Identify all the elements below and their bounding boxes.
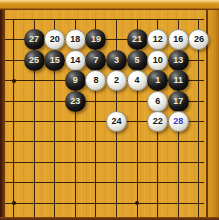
stone-black-15[interactable]: 15	[44, 50, 65, 71]
star-point	[135, 201, 139, 205]
stone-black-25[interactable]: 25	[24, 50, 45, 71]
go-board[interactable]: 2720181921121626251514735101398241112361…	[5, 10, 206, 220]
stone-black-3[interactable]: 3	[106, 50, 127, 71]
stone-white-8[interactable]: 8	[85, 70, 106, 91]
stone-white-4[interactable]: 4	[127, 70, 148, 91]
stone-white-14[interactable]: 14	[65, 50, 86, 71]
grid-line-horizontal	[5, 203, 204, 204]
stone-black-1[interactable]: 1	[147, 70, 168, 91]
stone-black-7[interactable]: 7	[85, 50, 106, 71]
star-point	[12, 201, 16, 205]
board-frame-right	[208, 10, 219, 220]
stone-white-16[interactable]: 16	[168, 29, 189, 50]
grid-line-horizontal	[5, 162, 204, 163]
board-frame-bottom	[0, 217, 219, 220]
stone-black-21[interactable]: 21	[127, 29, 148, 50]
stone-white-2[interactable]: 2	[106, 70, 127, 91]
stone-white-28[interactable]: 28	[168, 111, 189, 132]
stone-black-17[interactable]: 17	[168, 91, 189, 112]
go-applet-window: 2720181921121626251514735101398241112361…	[0, 0, 219, 220]
grid-line-vertical	[13, 19, 14, 218]
stone-black-19[interactable]: 19	[85, 29, 106, 50]
stone-white-22[interactable]: 22	[147, 111, 168, 132]
grid-line-horizontal	[5, 182, 204, 183]
stone-white-20[interactable]: 20	[44, 29, 65, 50]
stone-black-23[interactable]: 23	[65, 91, 86, 112]
stone-white-12[interactable]: 12	[147, 29, 168, 50]
stone-black-13[interactable]: 13	[168, 50, 189, 71]
stone-black-11[interactable]: 11	[168, 70, 189, 91]
stone-black-9[interactable]: 9	[65, 70, 86, 91]
stone-white-6[interactable]: 6	[147, 91, 168, 112]
stone-white-10[interactable]: 10	[147, 50, 168, 71]
stone-black-27[interactable]: 27	[24, 29, 45, 50]
board-frame-top	[0, 0, 219, 10]
stone-white-24[interactable]: 24	[106, 111, 127, 132]
stone-black-5[interactable]: 5	[127, 50, 148, 71]
stone-white-18[interactable]: 18	[65, 29, 86, 50]
grid-line-horizontal	[5, 19, 204, 20]
star-point	[12, 79, 16, 83]
grid-line-horizontal	[5, 141, 204, 142]
